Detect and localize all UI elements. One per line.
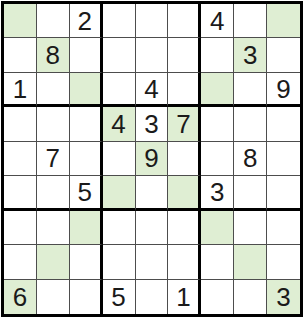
cell-r4c5[interactable]: 3 bbox=[136, 107, 169, 141]
sudoku-board: 2483149437798536513 bbox=[1, 1, 303, 317]
cell-r7c7[interactable] bbox=[201, 211, 234, 245]
cell-r1c6[interactable] bbox=[168, 4, 201, 38]
cell-r1c1[interactable] bbox=[4, 4, 37, 38]
cell-r6c6[interactable] bbox=[168, 176, 201, 210]
cell-r4c6[interactable]: 7 bbox=[168, 107, 201, 141]
cell-r1c8[interactable] bbox=[234, 4, 267, 38]
cell-r7c1[interactable] bbox=[4, 211, 37, 245]
cell-r8c5[interactable] bbox=[136, 245, 169, 279]
cell-r6c9[interactable] bbox=[267, 176, 300, 210]
given-digit-r6c7: 3 bbox=[210, 179, 224, 205]
cell-r7c6[interactable] bbox=[168, 211, 201, 245]
cell-r7c5[interactable] bbox=[136, 211, 169, 245]
cell-r9c5[interactable] bbox=[136, 280, 169, 314]
cell-r9c9[interactable]: 3 bbox=[267, 280, 300, 314]
cell-r3c9[interactable]: 9 bbox=[267, 73, 300, 107]
given-digit-r4c4: 4 bbox=[111, 111, 125, 137]
given-digit-r2c2: 8 bbox=[46, 42, 60, 68]
cell-r1c5[interactable] bbox=[136, 4, 169, 38]
cell-r8c9[interactable] bbox=[267, 245, 300, 279]
cell-r3c3[interactable] bbox=[70, 73, 103, 107]
cell-r9c8[interactable] bbox=[234, 280, 267, 314]
cell-r4c4[interactable]: 4 bbox=[103, 107, 136, 141]
cell-r2c3[interactable] bbox=[70, 38, 103, 72]
given-digit-r3c5: 4 bbox=[144, 76, 158, 102]
cell-r1c4[interactable] bbox=[103, 4, 136, 38]
cell-r2c9[interactable] bbox=[267, 38, 300, 72]
cell-r6c4[interactable] bbox=[103, 176, 136, 210]
cell-r9c7[interactable] bbox=[201, 280, 234, 314]
cell-r6c1[interactable] bbox=[4, 176, 37, 210]
cell-r9c6[interactable]: 1 bbox=[168, 280, 201, 314]
given-digit-r9c4: 5 bbox=[111, 284, 125, 310]
cell-r3c7[interactable] bbox=[201, 73, 234, 107]
cell-r1c2[interactable] bbox=[37, 4, 70, 38]
given-digit-r4c6: 7 bbox=[176, 111, 190, 137]
cell-r7c8[interactable] bbox=[234, 211, 267, 245]
cell-r2c7[interactable] bbox=[201, 38, 234, 72]
cell-r5c5[interactable]: 9 bbox=[136, 142, 169, 176]
cell-r5c3[interactable] bbox=[70, 142, 103, 176]
given-digit-r1c7: 4 bbox=[210, 8, 224, 34]
given-digit-r4c5: 3 bbox=[144, 111, 158, 137]
cell-r8c8[interactable] bbox=[234, 245, 267, 279]
given-digit-r9c1: 6 bbox=[13, 284, 27, 310]
cell-r7c9[interactable] bbox=[267, 211, 300, 245]
cell-r2c6[interactable] bbox=[168, 38, 201, 72]
cell-r7c4[interactable] bbox=[103, 211, 136, 245]
cell-r3c6[interactable] bbox=[168, 73, 201, 107]
cell-r4c9[interactable] bbox=[267, 107, 300, 141]
cell-r5c8[interactable]: 8 bbox=[234, 142, 267, 176]
given-digit-r2c8: 3 bbox=[243, 42, 257, 68]
cell-r5c9[interactable] bbox=[267, 142, 300, 176]
cell-r8c2[interactable] bbox=[37, 245, 70, 279]
cell-r9c4[interactable]: 5 bbox=[103, 280, 136, 314]
cell-r8c6[interactable] bbox=[168, 245, 201, 279]
cell-r6c2[interactable] bbox=[37, 176, 70, 210]
given-digit-r5c5: 9 bbox=[144, 145, 158, 171]
cell-r5c2[interactable]: 7 bbox=[37, 142, 70, 176]
given-digit-r9c6: 1 bbox=[176, 284, 190, 310]
cell-r5c6[interactable] bbox=[168, 142, 201, 176]
given-digit-r3c9: 9 bbox=[276, 76, 290, 102]
cell-r4c2[interactable] bbox=[37, 107, 70, 141]
cell-r7c3[interactable] bbox=[70, 211, 103, 245]
cell-r9c3[interactable] bbox=[70, 280, 103, 314]
cell-r2c2[interactable]: 8 bbox=[37, 38, 70, 72]
cell-r1c9[interactable] bbox=[267, 4, 300, 38]
cell-r5c4[interactable] bbox=[103, 142, 136, 176]
cell-r8c1[interactable] bbox=[4, 245, 37, 279]
cell-r3c8[interactable] bbox=[234, 73, 267, 107]
given-digit-r3c1: 1 bbox=[13, 76, 27, 102]
cell-r4c1[interactable] bbox=[4, 107, 37, 141]
given-digit-r5c2: 7 bbox=[46, 145, 60, 171]
cell-r3c4[interactable] bbox=[103, 73, 136, 107]
cell-r3c5[interactable]: 4 bbox=[136, 73, 169, 107]
cell-r1c3[interactable]: 2 bbox=[70, 4, 103, 38]
given-digit-r9c9: 3 bbox=[276, 284, 290, 310]
cell-r3c2[interactable] bbox=[37, 73, 70, 107]
cell-r5c7[interactable] bbox=[201, 142, 234, 176]
cell-r1c7[interactable]: 4 bbox=[201, 4, 234, 38]
cell-r8c4[interactable] bbox=[103, 245, 136, 279]
cell-r2c8[interactable]: 3 bbox=[234, 38, 267, 72]
cell-r4c8[interactable] bbox=[234, 107, 267, 141]
cell-r3c1[interactable]: 1 bbox=[4, 73, 37, 107]
cell-r9c2[interactable] bbox=[37, 280, 70, 314]
cell-r2c5[interactable] bbox=[136, 38, 169, 72]
cell-r6c7[interactable]: 3 bbox=[201, 176, 234, 210]
cell-r8c7[interactable] bbox=[201, 245, 234, 279]
given-digit-r5c8: 8 bbox=[243, 145, 257, 171]
cell-r4c7[interactable] bbox=[201, 107, 234, 141]
cell-r8c3[interactable] bbox=[70, 245, 103, 279]
cell-r6c8[interactable] bbox=[234, 176, 267, 210]
cell-r2c4[interactable] bbox=[103, 38, 136, 72]
cell-r7c2[interactable] bbox=[37, 211, 70, 245]
cell-r9c1[interactable]: 6 bbox=[4, 280, 37, 314]
cell-r6c5[interactable] bbox=[136, 176, 169, 210]
given-digit-r1c3: 2 bbox=[77, 8, 91, 34]
cell-r6c3[interactable]: 5 bbox=[70, 176, 103, 210]
cell-r4c3[interactable] bbox=[70, 107, 103, 141]
cell-r5c1[interactable] bbox=[4, 142, 37, 176]
given-digit-r6c3: 5 bbox=[77, 179, 91, 205]
cell-r2c1[interactable] bbox=[4, 38, 37, 72]
